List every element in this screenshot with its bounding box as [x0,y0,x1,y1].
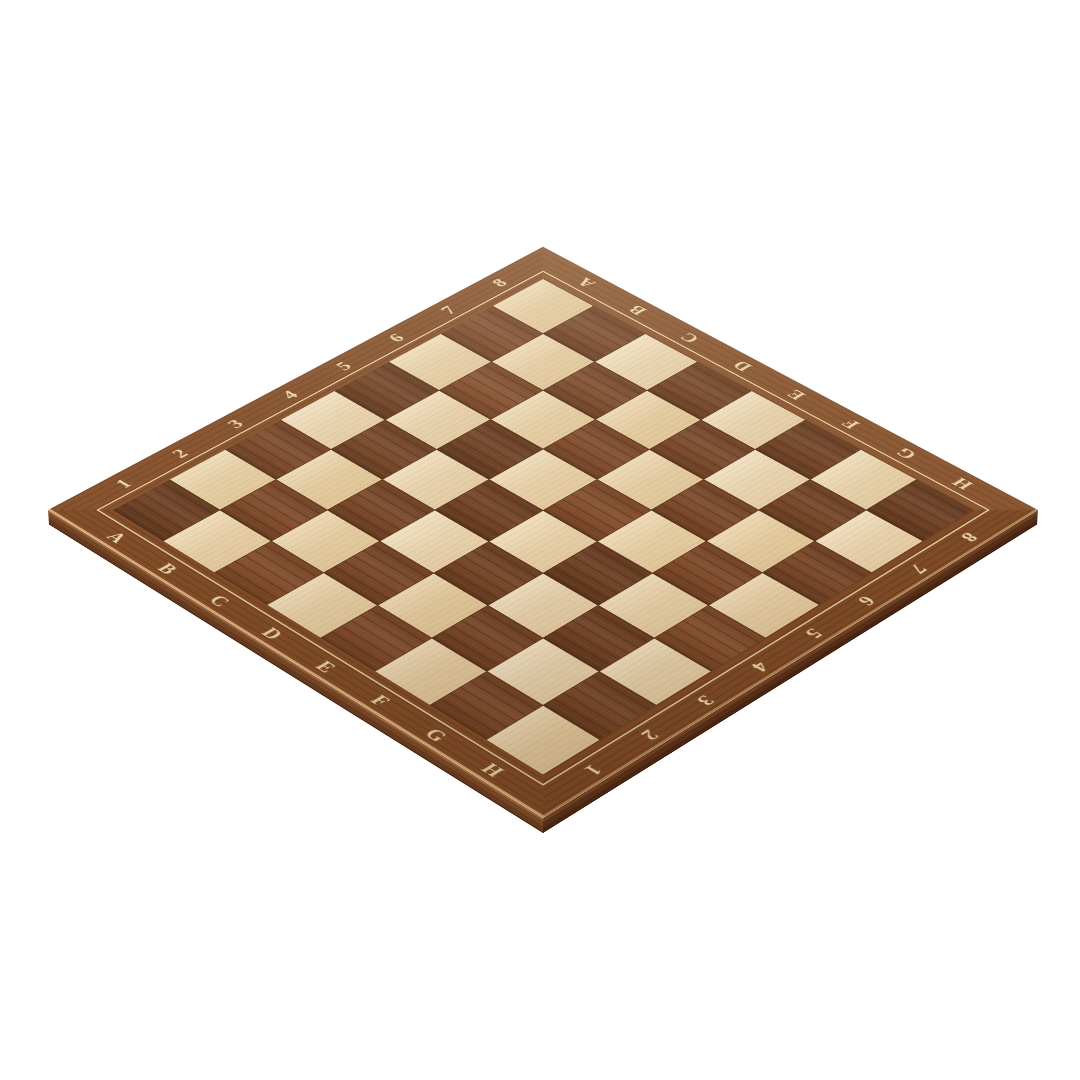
square-g3 [544,605,654,670]
product-photo: AABBCCDDEEFFGGHH1122334455667788 [0,0,1080,1080]
square-e4 [489,510,596,572]
square-e2 [378,573,487,637]
square-h6 [763,542,871,605]
square-f5 [598,510,705,572]
square-e3 [434,542,542,605]
square-c1 [215,542,323,605]
rank-label-4-right: 4 [747,659,773,674]
frame-strip-near-left-edge [48,491,578,817]
square-g5 [653,542,761,605]
square-b1 [164,510,271,572]
square-h1 [487,706,600,775]
frame-strip-lower-edge [508,491,1038,817]
square-g6 [707,510,814,572]
rank-label-5-right: 5 [801,626,827,641]
edge-highlight-front [48,509,545,818]
rank-label-1-right: 1 [580,762,606,778]
rank-label-7-right: 7 [905,561,930,575]
square-c2 [272,510,379,572]
file-label-e-near: E [312,658,340,675]
square-d3 [381,510,488,572]
playing-field [113,279,973,774]
square-g4 [599,573,708,637]
square-d1 [268,573,377,637]
square-h3 [600,638,711,704]
square-f3 [488,573,597,637]
file-label-h-near: H [477,760,508,779]
chessboard: AABBCCDDEEFFGGHH1122334455667788 [48,247,1038,818]
square-f1 [375,638,486,704]
square-h2 [544,672,656,740]
file-label-f-near: F [367,692,395,709]
square-f4 [544,542,652,605]
square-d2 [325,542,433,605]
file-label-g-near: G [421,725,452,744]
file-label-c-near: C [205,592,234,609]
rank-label-3-right: 3 [692,693,718,708]
file-label-a-near: A [103,529,132,545]
square-h4 [655,605,765,670]
square-f2 [432,605,542,670]
square-g2 [488,638,599,704]
file-label-d-near: D [258,625,287,642]
rank-label-2-right: 2 [637,727,663,743]
square-g1 [430,672,542,740]
rank-label-8-right: 8 [956,530,981,544]
rank-label-6-right: 6 [854,593,879,608]
square-h7 [815,510,922,572]
square-e1 [321,605,431,670]
square-h5 [709,573,818,637]
board-top-face: AABBCCDDEEFFGGHH1122334455667788 [48,247,1038,818]
file-label-b-near: B [154,561,182,577]
